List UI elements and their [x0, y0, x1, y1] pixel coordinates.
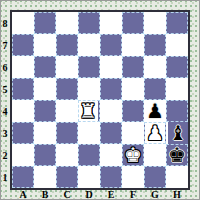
square-d4[interactable]: ♜: [78, 100, 100, 122]
square-f7[interactable]: [122, 34, 144, 56]
square-d7[interactable]: [78, 34, 100, 56]
rank-label-1: 1: [0, 166, 10, 188]
square-g5[interactable]: [144, 78, 166, 100]
square-e3[interactable]: [100, 122, 122, 144]
square-f5[interactable]: [122, 78, 144, 100]
square-g2[interactable]: [144, 144, 166, 166]
rank-label-2: 2: [0, 144, 10, 166]
square-a3[interactable]: [12, 122, 34, 144]
square-b2[interactable]: [34, 144, 56, 166]
square-f8[interactable]: [122, 12, 144, 34]
rank-label-6: 6: [0, 56, 10, 78]
square-c7[interactable]: [56, 34, 78, 56]
square-h2[interactable]: ♚: [166, 144, 188, 166]
square-g6[interactable]: [144, 56, 166, 78]
file-label-a: A: [12, 189, 34, 200]
square-a2[interactable]: [12, 144, 34, 166]
black-bishop[interactable]: ♝: [168, 122, 188, 144]
square-b3[interactable]: [34, 122, 56, 144]
square-e8[interactable]: [100, 12, 122, 34]
file-label-h: H: [166, 189, 188, 200]
square-e2[interactable]: [100, 144, 122, 166]
square-b1[interactable]: [34, 166, 56, 188]
square-b5[interactable]: [34, 78, 56, 100]
file-label-c: C: [56, 189, 78, 200]
square-c8[interactable]: [56, 12, 78, 34]
square-b8[interactable]: [34, 12, 56, 34]
square-d8[interactable]: [78, 12, 100, 34]
square-f1[interactable]: [122, 166, 144, 188]
file-label-d: D: [78, 189, 100, 200]
square-h8[interactable]: [166, 12, 188, 34]
black-king[interactable]: ♚: [167, 144, 187, 166]
square-e5[interactable]: [100, 78, 122, 100]
square-h1[interactable]: [166, 166, 188, 188]
square-h3[interactable]: ♝: [166, 122, 188, 144]
square-h7[interactable]: [166, 34, 188, 56]
square-e7[interactable]: [100, 34, 122, 56]
square-f4[interactable]: [122, 100, 144, 122]
square-e4[interactable]: [100, 100, 122, 122]
square-a8[interactable]: [12, 12, 34, 34]
square-b4[interactable]: [34, 100, 56, 122]
square-g8[interactable]: [144, 12, 166, 34]
square-c2[interactable]: [56, 144, 78, 166]
square-d5[interactable]: [78, 78, 100, 100]
rank-label-8: 8: [0, 12, 10, 34]
square-d6[interactable]: [78, 56, 100, 78]
square-c4[interactable]: [56, 100, 78, 122]
rank-label-4: 4: [0, 100, 10, 122]
rank-label-3: 3: [0, 122, 10, 144]
square-c3[interactable]: [56, 122, 78, 144]
square-a4[interactable]: [12, 100, 34, 122]
rank-label-7: 7: [0, 34, 10, 56]
square-d3[interactable]: [78, 122, 100, 144]
square-f2[interactable]: ♚: [122, 144, 144, 166]
square-h4[interactable]: [166, 100, 188, 122]
square-e6[interactable]: [100, 56, 122, 78]
chess-board-screenshot: 87654321 ♜♟♟♝♚♚ ABCDEFGH: [0, 0, 200, 200]
rank-labels: 87654321: [0, 12, 10, 188]
file-label-b: B: [34, 189, 56, 200]
white-king[interactable]: ♚: [123, 144, 143, 166]
square-h5[interactable]: [166, 78, 188, 100]
square-f3[interactable]: [122, 122, 144, 144]
square-c6[interactable]: [56, 56, 78, 78]
square-a5[interactable]: [12, 78, 34, 100]
square-a6[interactable]: [12, 56, 34, 78]
square-c1[interactable]: [56, 166, 78, 188]
file-label-f: F: [122, 189, 144, 200]
file-labels: ABCDEFGH: [12, 189, 188, 200]
board: ♜♟♟♝♚♚: [10, 10, 190, 190]
square-g7[interactable]: [144, 34, 166, 56]
file-label-e: E: [100, 189, 122, 200]
rank-label-5: 5: [0, 78, 10, 100]
square-b6[interactable]: [34, 56, 56, 78]
square-c5[interactable]: [56, 78, 78, 100]
square-g1[interactable]: [144, 166, 166, 188]
square-h6[interactable]: [166, 56, 188, 78]
file-label-g: G: [144, 189, 166, 200]
square-d1[interactable]: [78, 166, 100, 188]
white-rook[interactable]: ♜: [78, 100, 98, 122]
square-a7[interactable]: [12, 34, 34, 56]
square-d2[interactable]: [78, 144, 100, 166]
white-pawn[interactable]: ♟: [145, 122, 165, 144]
square-f6[interactable]: [122, 56, 144, 78]
square-g4[interactable]: ♟: [144, 100, 166, 122]
square-g3[interactable]: ♟: [144, 122, 166, 144]
square-e1[interactable]: [100, 166, 122, 188]
square-a1[interactable]: [12, 166, 34, 188]
black-pawn[interactable]: ♟: [145, 100, 165, 122]
square-b7[interactable]: [34, 34, 56, 56]
